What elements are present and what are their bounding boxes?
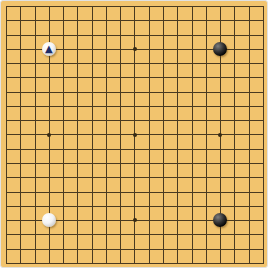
- board-cell: [92, 35, 106, 49]
- board-cell: [49, 177, 63, 191]
- board-cell: [6, 120, 20, 134]
- board-cell: [149, 177, 163, 191]
- triangle-marker: ▲: [45, 43, 53, 53]
- board-cell: [77, 149, 91, 163]
- board-cell: [192, 192, 206, 206]
- board-cell: [63, 106, 77, 120]
- board-cell: [177, 63, 191, 77]
- board-cell: [77, 77, 91, 91]
- board-cell: [49, 192, 63, 206]
- board-cell: [120, 177, 134, 191]
- board-cell: [49, 77, 63, 91]
- board-cell: [20, 63, 34, 77]
- board-cell: [92, 92, 106, 106]
- board-cell: [192, 163, 206, 177]
- board-cell: [35, 249, 49, 263]
- board-cell: [6, 106, 20, 120]
- board-cell: [149, 106, 163, 120]
- board-cell: [206, 177, 220, 191]
- board-cell: [77, 234, 91, 248]
- board-cell: [77, 249, 91, 263]
- board-cell: [63, 6, 77, 20]
- board-cell: [163, 6, 177, 20]
- board-cell: [163, 220, 177, 234]
- board-cell: [206, 192, 220, 206]
- board-cell: [220, 163, 234, 177]
- board-cell: [192, 149, 206, 163]
- board-cell: [134, 92, 148, 106]
- board-cell: [6, 163, 20, 177]
- board-cell: [134, 35, 148, 49]
- board-cell: [134, 149, 148, 163]
- board-cell: [49, 92, 63, 106]
- board-cell: [149, 120, 163, 134]
- board-cell: [163, 163, 177, 177]
- white-stone: ▲: [42, 42, 56, 56]
- board-cell: [249, 149, 263, 163]
- board-cell: [206, 106, 220, 120]
- board-cell: [35, 77, 49, 91]
- board-cell: [149, 134, 163, 148]
- board-cell: [249, 206, 263, 220]
- board-cell: [206, 6, 220, 20]
- board-cell: [177, 163, 191, 177]
- board-cell: [192, 206, 206, 220]
- board-cell: [92, 220, 106, 234]
- board-cell: [35, 63, 49, 77]
- board-cell: [177, 177, 191, 191]
- board-cell: [249, 134, 263, 148]
- board-cell: [63, 120, 77, 134]
- board-cell: [249, 63, 263, 77]
- board-cell: [163, 206, 177, 220]
- board-cell: [234, 63, 248, 77]
- board-cell: [63, 63, 77, 77]
- board-cell: [35, 192, 49, 206]
- board-cell: [63, 206, 77, 220]
- board-cell: [163, 92, 177, 106]
- board-cell: [234, 206, 248, 220]
- board-cell: [77, 206, 91, 220]
- board-cell: [77, 49, 91, 63]
- board-cell: [134, 192, 148, 206]
- board-cell: [220, 249, 234, 263]
- board-cell: [63, 49, 77, 63]
- board-cell: [192, 234, 206, 248]
- board-cell: [106, 163, 120, 177]
- board-cell: [77, 163, 91, 177]
- board-cell: [206, 77, 220, 91]
- star-point: [133, 47, 137, 51]
- board-cell: [6, 20, 20, 34]
- board-cell: [220, 20, 234, 34]
- board-cell: [192, 6, 206, 20]
- board-cell: [177, 120, 191, 134]
- board-cell: [234, 6, 248, 20]
- board-cell: [206, 234, 220, 248]
- board-cell: [249, 234, 263, 248]
- board-cell: [20, 20, 34, 34]
- board-cell: [220, 149, 234, 163]
- board-cell: [92, 77, 106, 91]
- board-cell: [192, 249, 206, 263]
- board-cell: [92, 177, 106, 191]
- board-cell: [134, 120, 148, 134]
- board-cell: [92, 20, 106, 34]
- board-cell: [149, 20, 163, 34]
- board-cell: [49, 106, 63, 120]
- board-cell: [106, 177, 120, 191]
- board-cell: [20, 249, 34, 263]
- black-stone: [213, 42, 227, 56]
- board-cell: [220, 63, 234, 77]
- board-cell: [149, 163, 163, 177]
- board-cell: [220, 177, 234, 191]
- board-cell: [163, 149, 177, 163]
- board-cell: [249, 192, 263, 206]
- board-cell: [63, 134, 77, 148]
- board-cell: [192, 106, 206, 120]
- board-cell: [149, 220, 163, 234]
- board-cell: [20, 177, 34, 191]
- board-cell: [120, 234, 134, 248]
- board-cell: [106, 134, 120, 148]
- board-cell: [120, 106, 134, 120]
- board-cell: [77, 106, 91, 120]
- board-cell: [63, 20, 77, 34]
- board-cell: [120, 134, 134, 148]
- board-cell: [206, 92, 220, 106]
- board-cell: [134, 206, 148, 220]
- board-cell: [92, 249, 106, 263]
- go-board: ▲: [0, 0, 268, 268]
- board-cell: [106, 20, 120, 34]
- board-cell: [49, 6, 63, 20]
- board-cell: [134, 220, 148, 234]
- board-cell: [177, 234, 191, 248]
- board-cell: [49, 249, 63, 263]
- board-cell: [206, 20, 220, 34]
- board-cell: [134, 20, 148, 34]
- board-cell: [220, 120, 234, 134]
- board-cell: [163, 120, 177, 134]
- board-cell: [77, 220, 91, 234]
- board-cell: [20, 134, 34, 148]
- board-cell: [163, 234, 177, 248]
- board-cell: [120, 192, 134, 206]
- board-cell: [192, 20, 206, 34]
- board-cell: [134, 163, 148, 177]
- board-cell: [234, 120, 248, 134]
- board-cell: [249, 20, 263, 34]
- board-cell: [163, 49, 177, 63]
- board-cell: [92, 149, 106, 163]
- board-cell: [177, 49, 191, 63]
- board-cell: [249, 92, 263, 106]
- board-cell: [149, 77, 163, 91]
- board-cell: [234, 49, 248, 63]
- board-cell: [177, 134, 191, 148]
- board-cell: [234, 106, 248, 120]
- board-cell: [234, 163, 248, 177]
- board-cell: [234, 149, 248, 163]
- board-cell: [220, 106, 234, 120]
- board-cell: [35, 234, 49, 248]
- board-cell: [6, 49, 20, 63]
- board-cell: [134, 177, 148, 191]
- board-cell: [77, 20, 91, 34]
- board-cell: [177, 106, 191, 120]
- board-cell: [92, 120, 106, 134]
- board-cell: [20, 206, 34, 220]
- board-cell: [249, 106, 263, 120]
- board-cell: [92, 106, 106, 120]
- board-cell: [249, 220, 263, 234]
- board-cell: [177, 192, 191, 206]
- board-cell: [77, 6, 91, 20]
- board-cell: [163, 35, 177, 49]
- board-cell: [177, 20, 191, 34]
- board-cell: [35, 20, 49, 34]
- board-cell: [177, 220, 191, 234]
- board-cell: [106, 120, 120, 134]
- board-cell: [120, 77, 134, 91]
- board-cell: [6, 63, 20, 77]
- board-cell: [249, 35, 263, 49]
- board-cell: [234, 192, 248, 206]
- board-cell: [134, 6, 148, 20]
- board-cell: [149, 92, 163, 106]
- board-cell: [249, 163, 263, 177]
- board-cell: [134, 234, 148, 248]
- board-cell: [149, 206, 163, 220]
- board-cell: [63, 249, 77, 263]
- board-cell: [6, 177, 20, 191]
- board-cell: [177, 249, 191, 263]
- board-cell: [20, 77, 34, 91]
- board-cell: [192, 63, 206, 77]
- board-cell: [63, 149, 77, 163]
- board-cell: [49, 234, 63, 248]
- board-cell: [234, 177, 248, 191]
- board-cell: [163, 77, 177, 91]
- board-cell: [149, 234, 163, 248]
- board-cell: [6, 234, 20, 248]
- board-cell: [106, 220, 120, 234]
- board-cell: [35, 106, 49, 120]
- board-cell: [149, 49, 163, 63]
- star-point: [133, 218, 137, 222]
- board-cell: [20, 149, 34, 163]
- board-cell: [149, 63, 163, 77]
- board-cell: [49, 149, 63, 163]
- board-cell: [192, 77, 206, 91]
- board-cell: [77, 35, 91, 49]
- board-cell: [20, 106, 34, 120]
- board-cell: [35, 177, 49, 191]
- board-cell: [49, 20, 63, 34]
- board-cell: [234, 92, 248, 106]
- board-cell: [192, 92, 206, 106]
- board-cell: [6, 149, 20, 163]
- board-cell: [20, 35, 34, 49]
- board-cell: [92, 206, 106, 220]
- board-cell: [77, 92, 91, 106]
- board-cell: [77, 134, 91, 148]
- board-cell: [35, 149, 49, 163]
- star-point: [218, 133, 222, 137]
- black-stone: [213, 213, 227, 227]
- board-cell: [106, 192, 120, 206]
- board-cell: [249, 177, 263, 191]
- board-cell: [92, 63, 106, 77]
- star-point: [47, 133, 51, 137]
- board-cell: [106, 149, 120, 163]
- star-point: [133, 133, 137, 137]
- board-cell: [92, 163, 106, 177]
- board-cell: [106, 92, 120, 106]
- board-cell: [63, 234, 77, 248]
- board-cell: [234, 134, 248, 148]
- board-cell: [234, 20, 248, 34]
- board-cell: [177, 149, 191, 163]
- board-cell: [20, 192, 34, 206]
- board-cell: [249, 249, 263, 263]
- board-cell: [92, 49, 106, 63]
- board-cell: [35, 134, 49, 148]
- board-cell: [192, 35, 206, 49]
- board-cell: [106, 77, 120, 91]
- board-cell: [220, 234, 234, 248]
- board-cell: [177, 92, 191, 106]
- board-cell: [49, 163, 63, 177]
- board-cell: [134, 77, 148, 91]
- board-cell: [20, 120, 34, 134]
- board-cell: [6, 220, 20, 234]
- board-cell: [234, 35, 248, 49]
- board-cell: [149, 192, 163, 206]
- board-cell: [77, 63, 91, 77]
- board-cell: [163, 20, 177, 34]
- board-cell: [20, 163, 34, 177]
- board-cell: [35, 6, 49, 20]
- board-cell: [163, 192, 177, 206]
- board-cell: [92, 192, 106, 206]
- board-cell: [120, 220, 134, 234]
- board-cell: [92, 6, 106, 20]
- board-cell: [149, 149, 163, 163]
- board-cell: [149, 6, 163, 20]
- board-cell: [63, 163, 77, 177]
- board-cell: [234, 234, 248, 248]
- board-cell: [234, 77, 248, 91]
- board-cell: [120, 163, 134, 177]
- board-cell: [106, 49, 120, 63]
- board-cell: [106, 6, 120, 20]
- board-cell: [120, 6, 134, 20]
- board-cell: [120, 92, 134, 106]
- board-cell: [163, 63, 177, 77]
- board-cell: [106, 63, 120, 77]
- board-cell: [35, 92, 49, 106]
- board-cell: [192, 120, 206, 134]
- board-cell: [6, 249, 20, 263]
- board-cell: [249, 77, 263, 91]
- board-cell: [63, 92, 77, 106]
- board-cell: [220, 6, 234, 20]
- board-cell: [120, 49, 134, 63]
- board-cell: [6, 92, 20, 106]
- board-cell: [134, 134, 148, 148]
- board-cell: [220, 192, 234, 206]
- board-cell: [20, 92, 34, 106]
- board-cell: [120, 63, 134, 77]
- board-cell: [20, 234, 34, 248]
- board-cell: [249, 6, 263, 20]
- board-cell: [20, 49, 34, 63]
- board-cell: [120, 249, 134, 263]
- board-cell: [177, 206, 191, 220]
- board-cell: [63, 35, 77, 49]
- board-cell: [177, 35, 191, 49]
- board-cell: [192, 177, 206, 191]
- board-cell: [77, 192, 91, 206]
- board-cell: [206, 249, 220, 263]
- board-cell: [206, 163, 220, 177]
- board-cell: [220, 92, 234, 106]
- board-cell: [192, 134, 206, 148]
- board-cell: [249, 120, 263, 134]
- board-cell: [106, 206, 120, 220]
- board-cell: [163, 134, 177, 148]
- board-cell: [134, 249, 148, 263]
- board-cell: [149, 35, 163, 49]
- board-cell: [163, 177, 177, 191]
- board-cell: [49, 120, 63, 134]
- board-cell: [63, 177, 77, 191]
- board-cell: [163, 106, 177, 120]
- board-cell: [20, 6, 34, 20]
- board-cell: [77, 177, 91, 191]
- board-cell: [192, 49, 206, 63]
- board-cell: [120, 149, 134, 163]
- board-cell: [192, 220, 206, 234]
- board-cell: [49, 134, 63, 148]
- board-cell: [6, 206, 20, 220]
- board-cell: [120, 20, 134, 34]
- board-cell: [206, 63, 220, 77]
- board-cell: [206, 149, 220, 163]
- board-cell: [177, 6, 191, 20]
- board-cell: [6, 192, 20, 206]
- board-cell: [77, 120, 91, 134]
- board-cell: [49, 63, 63, 77]
- board-cell: [106, 234, 120, 248]
- board-cell: [92, 134, 106, 148]
- board-cell: [220, 134, 234, 148]
- board-cell: [220, 77, 234, 91]
- board-cell: [234, 220, 248, 234]
- board-cell: [149, 249, 163, 263]
- board-cell: [134, 49, 148, 63]
- board-cell: [6, 134, 20, 148]
- board-cell: [134, 106, 148, 120]
- board-cell: [20, 220, 34, 234]
- board-cell: [6, 35, 20, 49]
- board-cell: [206, 134, 220, 148]
- board-cell: [106, 249, 120, 263]
- white-stone: [42, 213, 56, 227]
